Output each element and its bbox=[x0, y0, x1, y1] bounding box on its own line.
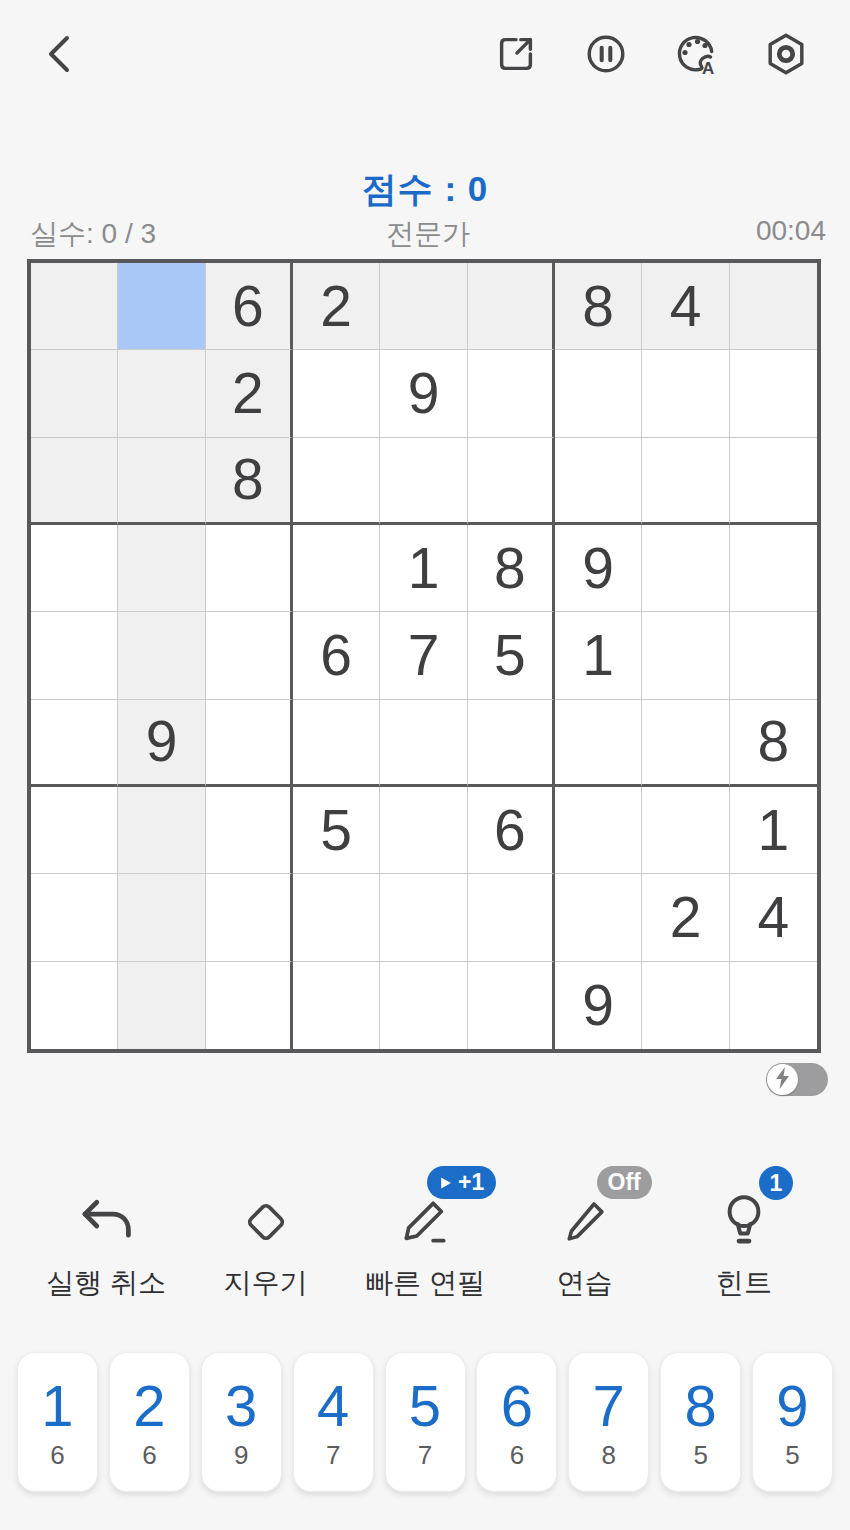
cell-r3c8[interactable] bbox=[642, 438, 729, 525]
cell-r9c7[interactable]: 9 bbox=[555, 962, 642, 1049]
cell-r9c5[interactable] bbox=[380, 962, 467, 1049]
cell-r4c1[interactable] bbox=[31, 525, 118, 612]
cell-r4c7[interactable]: 9 bbox=[555, 525, 642, 612]
pause-icon bbox=[583, 31, 629, 77]
numpad-remaining-count: 5 bbox=[785, 1442, 799, 1468]
numpad-remaining-count: 6 bbox=[50, 1442, 64, 1468]
cell-r1c7[interactable]: 8 bbox=[555, 263, 642, 350]
cell-r3c5[interactable] bbox=[380, 438, 467, 525]
cell-r9c9[interactable] bbox=[730, 962, 817, 1049]
numpad-key-5[interactable]: 57 bbox=[385, 1352, 466, 1492]
cell-r2c3[interactable]: 2 bbox=[206, 350, 293, 437]
numpad-digit: 5 bbox=[409, 1376, 441, 1437]
cell-r4c8[interactable] bbox=[642, 525, 729, 612]
cell-r2c8[interactable] bbox=[642, 350, 729, 437]
cell-r9c8[interactable] bbox=[642, 962, 729, 1049]
cell-r8c1[interactable] bbox=[31, 874, 118, 961]
numpad-remaining-count: 7 bbox=[326, 1442, 340, 1468]
cell-r1c2[interactable] bbox=[118, 263, 205, 350]
cell-r5c5[interactable]: 7 bbox=[380, 612, 467, 699]
cell-r4c5[interactable]: 1 bbox=[380, 525, 467, 612]
cell-r3c3[interactable]: 8 bbox=[206, 438, 293, 525]
cell-r2c9[interactable] bbox=[730, 350, 817, 437]
hint-button[interactable]: 1 힌트 bbox=[668, 1178, 820, 1308]
toolbar: 실행 취소 지우기 +1 빠른 연필 bbox=[30, 1178, 820, 1308]
chevron-left-icon bbox=[40, 30, 80, 78]
cell-r1c1[interactable] bbox=[31, 263, 118, 350]
number-pad: 162639475766788595 bbox=[0, 1352, 850, 1492]
hint-label: 힌트 bbox=[716, 1264, 772, 1302]
numpad-key-4[interactable]: 47 bbox=[293, 1352, 374, 1492]
cell-r6c4[interactable] bbox=[293, 700, 380, 787]
cell-r5c8[interactable] bbox=[642, 612, 729, 699]
cell-r9c1[interactable] bbox=[31, 962, 118, 1049]
numpad-remaining-count: 7 bbox=[418, 1442, 432, 1468]
numpad-digit: 6 bbox=[501, 1376, 533, 1437]
settings-button[interactable] bbox=[762, 30, 810, 78]
cell-r3c7[interactable] bbox=[555, 438, 642, 525]
timer: 00:04 bbox=[756, 215, 826, 247]
cell-r9c2[interactable] bbox=[118, 962, 205, 1049]
cell-r3c9[interactable] bbox=[730, 438, 817, 525]
settings-icon bbox=[763, 31, 809, 77]
sudoku-board: 6284298189675198561249 bbox=[27, 259, 821, 1053]
cell-r3c4[interactable] bbox=[293, 438, 380, 525]
fast-mode-toggle[interactable] bbox=[766, 1063, 828, 1096]
cell-r4c9[interactable] bbox=[730, 525, 817, 612]
cell-r7c7[interactable] bbox=[555, 787, 642, 874]
cell-r9c4[interactable] bbox=[293, 962, 380, 1049]
numpad-remaining-count: 6 bbox=[510, 1442, 524, 1468]
cell-r4c3[interactable] bbox=[206, 525, 293, 612]
status-bar: 실수: 0 / 3 전문가 00:04 bbox=[30, 215, 826, 251]
cell-r8c4[interactable] bbox=[293, 874, 380, 961]
undo-button[interactable]: 실행 취소 bbox=[30, 1178, 182, 1308]
cell-r7c5[interactable] bbox=[380, 787, 467, 874]
undo-label: 실행 취소 bbox=[46, 1264, 166, 1302]
score-text: 점수 : 0 bbox=[0, 166, 850, 213]
lightning-icon bbox=[774, 1067, 792, 1093]
cell-r1c8[interactable]: 4 bbox=[642, 263, 729, 350]
cell-r8c8[interactable]: 2 bbox=[642, 874, 729, 961]
cell-r6c3[interactable] bbox=[206, 700, 293, 787]
cell-r7c4[interactable]: 5 bbox=[293, 787, 380, 874]
cell-r8c3[interactable] bbox=[206, 874, 293, 961]
play-icon bbox=[439, 1169, 452, 1196]
cell-r6c2[interactable]: 9 bbox=[118, 700, 205, 787]
cell-r2c4[interactable] bbox=[293, 350, 380, 437]
top-bar: A bbox=[0, 0, 850, 110]
numpad-key-7[interactable]: 78 bbox=[568, 1352, 649, 1492]
numpad-digit: 1 bbox=[41, 1376, 73, 1437]
numpad-digit: 8 bbox=[684, 1376, 716, 1437]
cell-r5c7[interactable]: 1 bbox=[555, 612, 642, 699]
cell-r5c2[interactable] bbox=[118, 612, 205, 699]
erase-button[interactable]: 지우기 bbox=[190, 1178, 342, 1308]
cell-r7c6[interactable]: 6 bbox=[468, 787, 555, 874]
cell-r5c9[interactable] bbox=[730, 612, 817, 699]
sudoku-app: A 점수 : 0 실수: 0 / 3 전문가 00:04 62842981896… bbox=[0, 0, 850, 1530]
cell-r6c7[interactable] bbox=[555, 700, 642, 787]
cell-r7c1[interactable] bbox=[31, 787, 118, 874]
hint-badge: 1 bbox=[759, 1166, 793, 1200]
numpad-key-8[interactable]: 85 bbox=[660, 1352, 741, 1492]
cell-r2c6[interactable] bbox=[468, 350, 555, 437]
undo-icon bbox=[77, 1178, 135, 1250]
fast-pencil-button[interactable]: +1 빠른 연필 bbox=[349, 1178, 501, 1308]
share-icon bbox=[493, 31, 539, 77]
numpad-key-9[interactable]: 95 bbox=[752, 1352, 833, 1492]
numpad-remaining-count: 9 bbox=[234, 1442, 248, 1468]
cell-r8c5[interactable] bbox=[380, 874, 467, 961]
cell-r1c3[interactable]: 6 bbox=[206, 263, 293, 350]
cell-r6c5[interactable] bbox=[380, 700, 467, 787]
cell-r8c6[interactable] bbox=[468, 874, 555, 961]
cell-r5c4[interactable]: 6 bbox=[293, 612, 380, 699]
cell-r4c4[interactable] bbox=[293, 525, 380, 612]
numpad-remaining-count: 8 bbox=[602, 1442, 616, 1468]
cell-r5c6[interactable]: 5 bbox=[468, 612, 555, 699]
top-icon-row: A bbox=[492, 30, 810, 78]
cell-r8c9[interactable]: 4 bbox=[730, 874, 817, 961]
cell-r8c7[interactable] bbox=[555, 874, 642, 961]
cell-r4c2[interactable] bbox=[118, 525, 205, 612]
cell-r2c1[interactable] bbox=[31, 350, 118, 437]
fast-pencil-label: 빠른 연필 bbox=[365, 1264, 485, 1302]
cell-r9c3[interactable] bbox=[206, 962, 293, 1049]
numpad-digit: 3 bbox=[225, 1376, 257, 1437]
erase-label: 지우기 bbox=[224, 1264, 308, 1302]
numpad-remaining-count: 6 bbox=[142, 1442, 156, 1468]
numpad-key-1[interactable]: 16 bbox=[17, 1352, 98, 1492]
cell-r7c8[interactable] bbox=[642, 787, 729, 874]
cell-r6c9[interactable]: 8 bbox=[730, 700, 817, 787]
back-button[interactable] bbox=[36, 28, 84, 80]
cell-r7c2[interactable] bbox=[118, 787, 205, 874]
practice-badge: Off bbox=[597, 1166, 652, 1199]
numpad-digit: 9 bbox=[776, 1376, 808, 1437]
numpad-digit: 4 bbox=[317, 1376, 349, 1437]
toggle-knob bbox=[767, 1064, 798, 1095]
practice-button[interactable]: Off 연습 bbox=[509, 1178, 661, 1308]
numpad-key-6[interactable]: 66 bbox=[476, 1352, 557, 1492]
theme-button[interactable]: A bbox=[672, 30, 720, 78]
cell-r4c6[interactable]: 8 bbox=[468, 525, 555, 612]
cell-r3c6[interactable] bbox=[468, 438, 555, 525]
practice-label: 연습 bbox=[557, 1264, 613, 1302]
cell-r3c1[interactable] bbox=[31, 438, 118, 525]
cell-r1c6[interactable] bbox=[468, 263, 555, 350]
cell-r7c9[interactable]: 1 bbox=[730, 787, 817, 874]
numpad-digit: 2 bbox=[133, 1376, 165, 1437]
numpad-remaining-count: 5 bbox=[693, 1442, 707, 1468]
cell-r1c5[interactable] bbox=[380, 263, 467, 350]
share-button[interactable] bbox=[492, 30, 540, 78]
pause-button[interactable] bbox=[582, 30, 630, 78]
cell-r7c3[interactable] bbox=[206, 787, 293, 874]
svg-text:A: A bbox=[702, 59, 714, 78]
palette-icon: A bbox=[672, 30, 720, 78]
fast-pencil-badge-text: +1 bbox=[458, 1169, 484, 1196]
eraser-icon bbox=[238, 1178, 294, 1250]
cell-r8c2[interactable] bbox=[118, 874, 205, 961]
cell-r5c3[interactable] bbox=[206, 612, 293, 699]
cell-r6c6[interactable] bbox=[468, 700, 555, 787]
numpad-digit: 7 bbox=[593, 1376, 625, 1437]
cell-r6c8[interactable] bbox=[642, 700, 729, 787]
cell-r2c7[interactable] bbox=[555, 350, 642, 437]
cell-r1c9[interactable] bbox=[730, 263, 817, 350]
numpad-key-3[interactable]: 39 bbox=[201, 1352, 282, 1492]
cell-r9c6[interactable] bbox=[468, 962, 555, 1049]
fast-pencil-badge: +1 bbox=[427, 1166, 496, 1199]
difficulty-label: 전문가 bbox=[30, 215, 826, 253]
cell-r2c2[interactable] bbox=[118, 350, 205, 437]
cell-r3c2[interactable] bbox=[118, 438, 205, 525]
cell-r1c4[interactable]: 2 bbox=[293, 263, 380, 350]
cell-r6c1[interactable] bbox=[31, 700, 118, 787]
numpad-key-2[interactable]: 26 bbox=[109, 1352, 190, 1492]
cell-r5c1[interactable] bbox=[31, 612, 118, 699]
cell-r2c5[interactable]: 9 bbox=[380, 350, 467, 437]
